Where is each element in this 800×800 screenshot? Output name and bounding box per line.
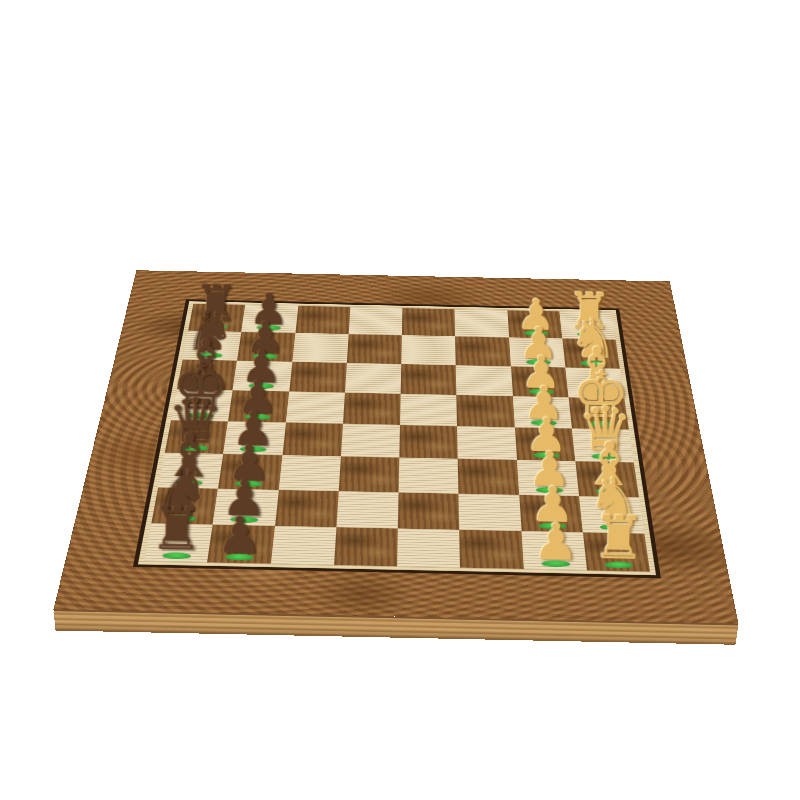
square-h5[interactable] [348, 307, 402, 335]
square-c3[interactable] [458, 459, 519, 495]
square-f5[interactable] [345, 363, 402, 394]
square-b4[interactable] [398, 492, 460, 529]
square-c5[interactable] [339, 457, 400, 493]
square-a6[interactable] [271, 526, 337, 565]
square-c4[interactable] [399, 458, 459, 494]
square-h4[interactable] [402, 308, 455, 336]
board-border-line: ♜♟♟♜♞♟♟♞♝♟♟♝♚♟♟♚♛♟♟♛♝♟♟♝♞♟♟♞♜♟♟♜ [133, 299, 661, 578]
black-pawn-a7[interactable]: ♟ [208, 509, 272, 561]
square-h6[interactable] [295, 306, 350, 334]
square-c6[interactable] [278, 455, 340, 491]
square-a8[interactable]: ♜ [144, 523, 213, 562]
square-b3[interactable] [459, 493, 521, 531]
square-a4[interactable] [397, 528, 460, 567]
square-a3[interactable] [459, 530, 523, 569]
black-rook-a8[interactable]: ♜ [145, 499, 209, 560]
square-f3[interactable] [456, 365, 513, 396]
square-g6[interactable] [292, 333, 348, 363]
board-squares: ♜♟♟♜♞♟♟♞♝♟♟♝♚♟♟♚♛♟♟♛♝♟♟♝♞♟♟♞♜♟♟♜ [144, 304, 650, 572]
green-felt-base [604, 561, 633, 568]
square-b6[interactable] [275, 490, 339, 527]
green-felt-base [541, 560, 570, 567]
product-photo-stage: ♜♟♟♜♞♟♟♞♝♟♟♝♚♟♟♚♛♟♟♛♝♟♟♝♞♟♟♞♜♟♟♜ [0, 0, 800, 800]
walnut-burl-frame: ♜♟♟♜♞♟♟♞♝♟♟♝♚♟♟♚♛♟♟♛♝♟♟♝♞♟♟♞♜♟♟♜ [53, 270, 738, 623]
square-e6[interactable] [286, 391, 345, 423]
square-a7[interactable]: ♟ [207, 525, 274, 564]
square-f4[interactable] [401, 364, 457, 395]
green-felt-base [225, 554, 254, 561]
square-d3[interactable] [457, 426, 516, 460]
square-a5[interactable] [334, 527, 398, 566]
square-b5[interactable] [336, 491, 398, 528]
square-f6[interactable] [289, 362, 347, 393]
square-h3[interactable] [455, 309, 509, 337]
square-a2[interactable]: ♟ [521, 531, 587, 570]
square-e3[interactable] [457, 395, 515, 427]
green-felt-base [162, 552, 191, 559]
square-g4[interactable] [401, 335, 456, 365]
white-rook-a1[interactable]: ♜ [586, 508, 650, 569]
square-a1[interactable]: ♜ [583, 532, 650, 572]
square-d5[interactable] [341, 424, 400, 458]
square-e5[interactable] [343, 393, 401, 425]
square-e4[interactable] [400, 394, 457, 426]
square-d6[interactable] [282, 423, 343, 457]
square-d4[interactable] [399, 425, 458, 459]
square-g5[interactable] [347, 334, 402, 364]
square-g3[interactable] [455, 336, 510, 366]
chessboard-3d: ♜♟♟♜♞♟♟♞♝♟♟♝♚♟♟♚♛♟♟♛♝♟♟♝♞♟♟♞♜♟♟♜ [53, 270, 738, 623]
white-pawn-a2[interactable]: ♟ [523, 516, 587, 568]
